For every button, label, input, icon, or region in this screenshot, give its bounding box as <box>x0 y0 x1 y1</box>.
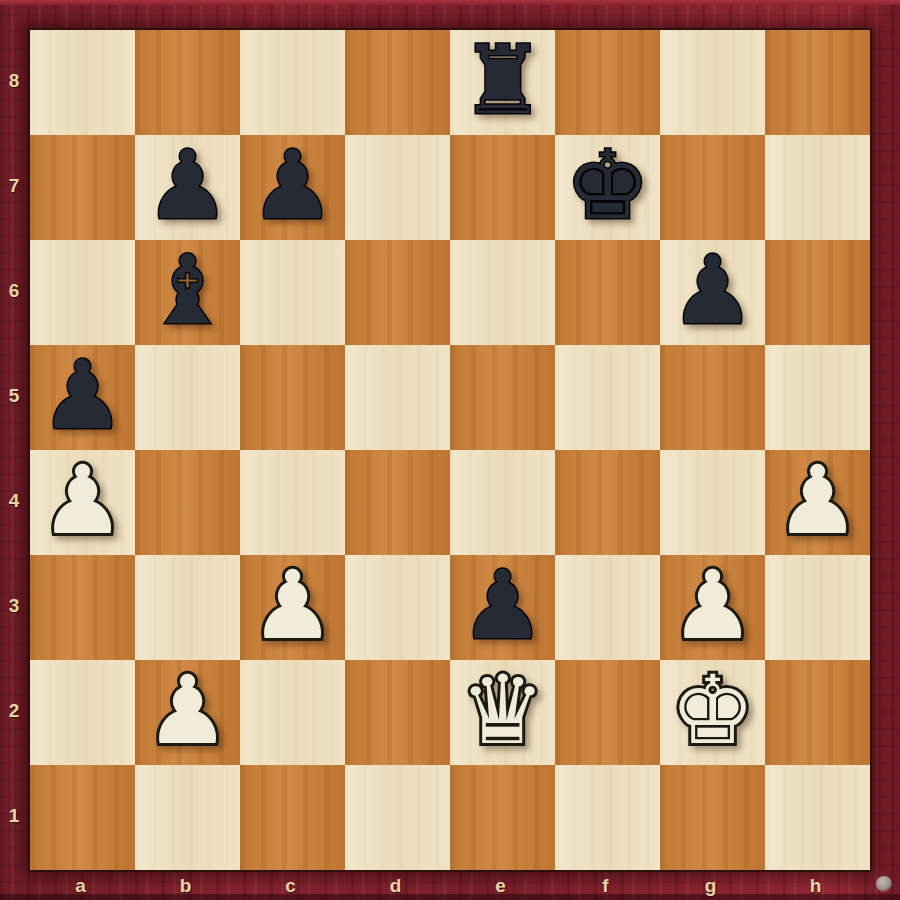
square-a4[interactable] <box>30 450 135 555</box>
square-g6[interactable] <box>660 240 765 345</box>
square-b1[interactable] <box>135 765 240 870</box>
square-d1[interactable] <box>345 765 450 870</box>
square-c3[interactable] <box>240 555 345 660</box>
square-g2[interactable] <box>660 660 765 765</box>
white-pawn-c3[interactable] <box>240 555 345 660</box>
square-f6[interactable] <box>555 240 660 345</box>
square-e4[interactable] <box>450 450 555 555</box>
square-e5[interactable] <box>450 345 555 450</box>
square-a5[interactable] <box>30 345 135 450</box>
square-d7[interactable] <box>345 135 450 240</box>
square-b4[interactable] <box>135 450 240 555</box>
square-h1[interactable] <box>765 765 870 870</box>
square-e8[interactable] <box>450 30 555 135</box>
file-label-a: a <box>28 872 133 900</box>
square-g1[interactable] <box>660 765 765 870</box>
square-b8[interactable] <box>135 30 240 135</box>
square-e1[interactable] <box>450 765 555 870</box>
square-b2[interactable] <box>135 660 240 765</box>
white-pawn-b2[interactable] <box>135 660 240 765</box>
square-d5[interactable] <box>345 345 450 450</box>
square-f1[interactable] <box>555 765 660 870</box>
black-pawn-b7[interactable] <box>135 135 240 240</box>
file-label-h: h <box>763 872 868 900</box>
square-c8[interactable] <box>240 30 345 135</box>
corner-screw-icon <box>876 876 892 892</box>
square-f4[interactable] <box>555 450 660 555</box>
file-label-b: b <box>133 872 238 900</box>
square-e3[interactable] <box>450 555 555 660</box>
black-pawn-g6[interactable] <box>660 240 765 345</box>
square-d3[interactable] <box>345 555 450 660</box>
black-pawn-a5[interactable] <box>30 345 135 450</box>
black-bishop-b6[interactable] <box>135 240 240 345</box>
square-c1[interactable] <box>240 765 345 870</box>
square-d6[interactable] <box>345 240 450 345</box>
file-label-c: c <box>238 872 343 900</box>
rank-label-2: 2 <box>0 658 28 763</box>
square-f2[interactable] <box>555 660 660 765</box>
square-d2[interactable] <box>345 660 450 765</box>
rank-label-1: 1 <box>0 763 28 868</box>
rank-label-8: 8 <box>0 28 28 133</box>
square-g5[interactable] <box>660 345 765 450</box>
square-h8[interactable] <box>765 30 870 135</box>
square-a8[interactable] <box>30 30 135 135</box>
square-c4[interactable] <box>240 450 345 555</box>
square-g7[interactable] <box>660 135 765 240</box>
square-e7[interactable] <box>450 135 555 240</box>
square-g8[interactable] <box>660 30 765 135</box>
white-pawn-g3[interactable] <box>660 555 765 660</box>
square-e6[interactable] <box>450 240 555 345</box>
square-c6[interactable] <box>240 240 345 345</box>
square-f3[interactable] <box>555 555 660 660</box>
square-f7[interactable] <box>555 135 660 240</box>
square-a6[interactable] <box>30 240 135 345</box>
square-c2[interactable] <box>240 660 345 765</box>
square-g3[interactable] <box>660 555 765 660</box>
white-pawn-h4[interactable] <box>765 450 870 555</box>
square-d8[interactable] <box>345 30 450 135</box>
square-h3[interactable] <box>765 555 870 660</box>
square-a7[interactable] <box>30 135 135 240</box>
file-label-g: g <box>658 872 763 900</box>
square-a3[interactable] <box>30 555 135 660</box>
square-h4[interactable] <box>765 450 870 555</box>
white-queen-e2[interactable] <box>450 660 555 765</box>
file-label-d: d <box>343 872 448 900</box>
white-pawn-a4[interactable] <box>30 450 135 555</box>
square-b6[interactable] <box>135 240 240 345</box>
square-d4[interactable] <box>345 450 450 555</box>
square-h7[interactable] <box>765 135 870 240</box>
square-b5[interactable] <box>135 345 240 450</box>
rank-label-5: 5 <box>0 343 28 448</box>
square-e2[interactable] <box>450 660 555 765</box>
chess-diagram: 87654321 abcdefgh <box>0 0 900 900</box>
rank-label-7: 7 <box>0 133 28 238</box>
square-f5[interactable] <box>555 345 660 450</box>
black-king-f7[interactable] <box>555 135 660 240</box>
square-h5[interactable] <box>765 345 870 450</box>
rank-label-6: 6 <box>0 238 28 343</box>
file-label-e: e <box>448 872 553 900</box>
square-c7[interactable] <box>240 135 345 240</box>
square-b7[interactable] <box>135 135 240 240</box>
black-pawn-c7[interactable] <box>240 135 345 240</box>
rank-label-3: 3 <box>0 553 28 658</box>
square-h6[interactable] <box>765 240 870 345</box>
square-a1[interactable] <box>30 765 135 870</box>
white-king-g2[interactable] <box>660 660 765 765</box>
black-pawn-e3[interactable] <box>450 555 555 660</box>
square-g4[interactable] <box>660 450 765 555</box>
frame-top-strip <box>0 0 900 5</box>
black-rook-e8[interactable] <box>450 30 555 135</box>
square-b3[interactable] <box>135 555 240 660</box>
rank-label-4: 4 <box>0 448 28 553</box>
square-a2[interactable] <box>30 660 135 765</box>
board <box>28 28 872 872</box>
square-h2[interactable] <box>765 660 870 765</box>
square-f8[interactable] <box>555 30 660 135</box>
file-label-f: f <box>553 872 658 900</box>
square-c5[interactable] <box>240 345 345 450</box>
